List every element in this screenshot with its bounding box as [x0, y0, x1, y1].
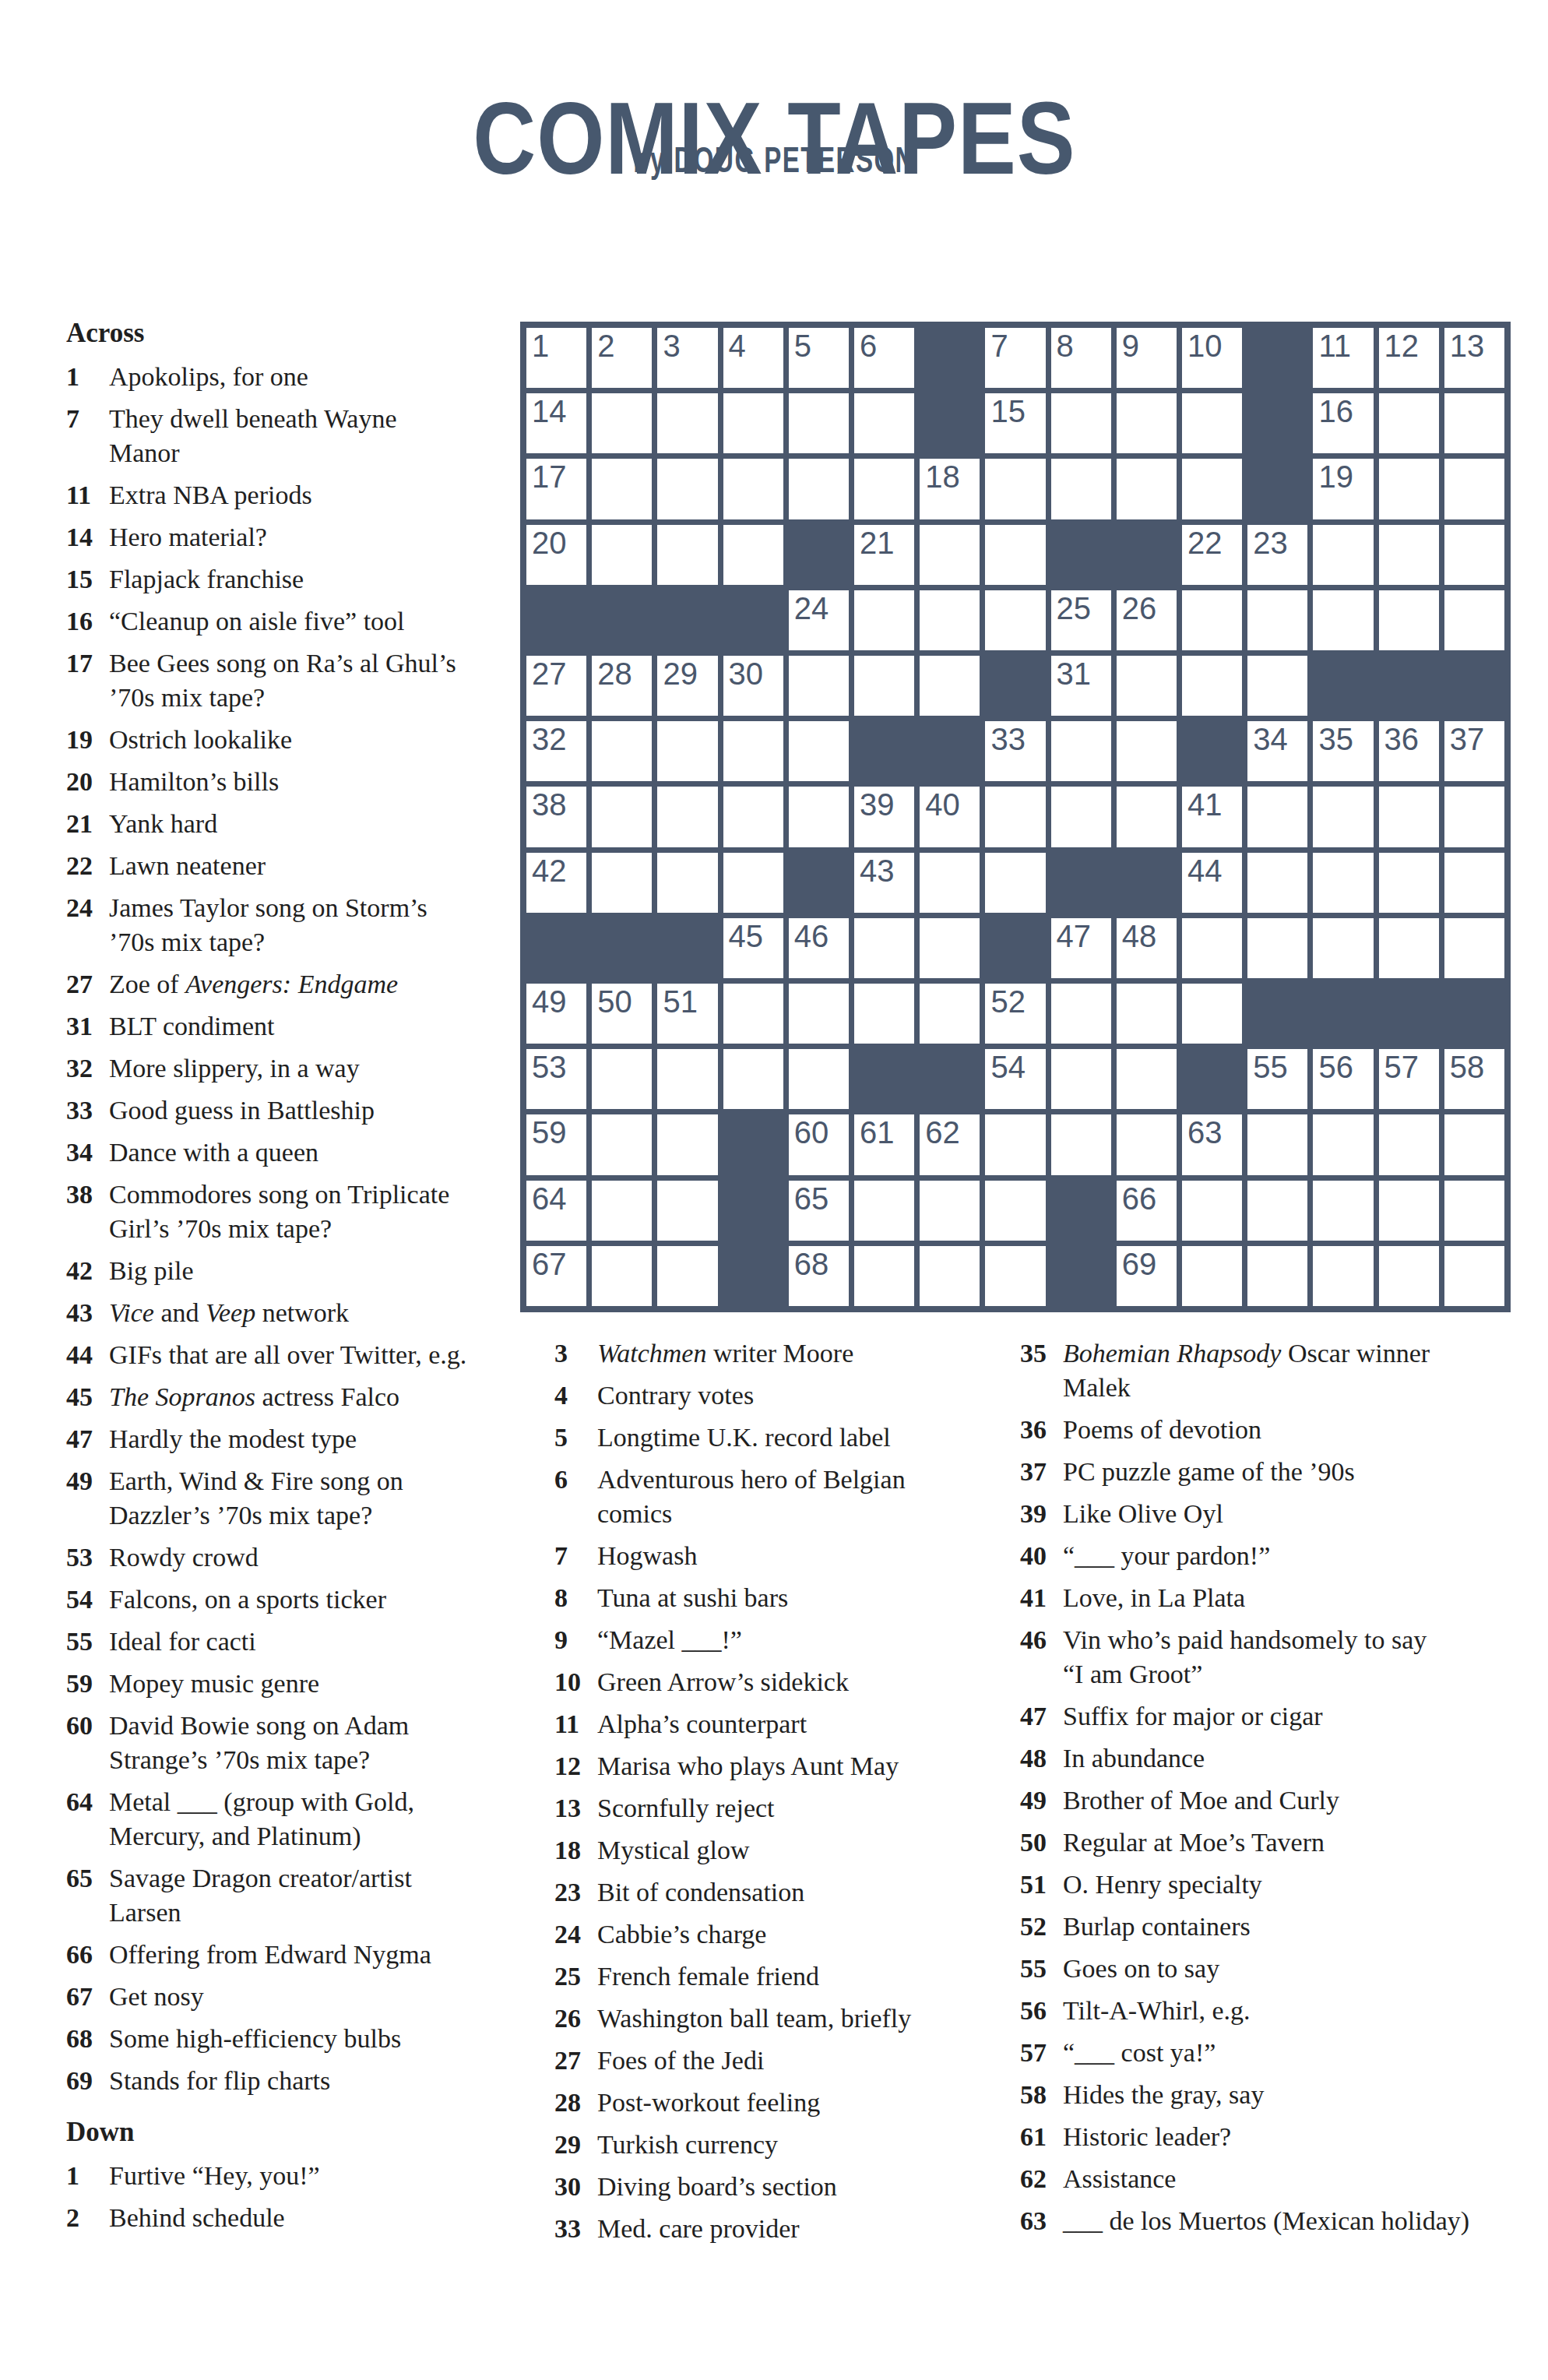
- down-clue-13: 13Scornfully reject: [554, 1791, 1002, 1825]
- clue-number: 49: [66, 1464, 109, 1533]
- grid-cell[interactable]: 61: [854, 1114, 914, 1174]
- grid-cell[interactable]: [985, 590, 1045, 650]
- grid-cell[interactable]: [854, 1246, 914, 1306]
- grid-cell[interactable]: [1247, 1246, 1307, 1306]
- grid-cell[interactable]: [1051, 459, 1111, 519]
- black-cell: [526, 590, 586, 650]
- grid-cell[interactable]: [1247, 590, 1307, 650]
- clue-text: Scornfully reject: [597, 1791, 1002, 1825]
- clue-text: Burlap containers: [1063, 1910, 1534, 1944]
- grid-cell[interactable]: [920, 1246, 980, 1306]
- grid-cell[interactable]: [1117, 656, 1177, 716]
- grid-cell[interactable]: 69: [1117, 1246, 1177, 1306]
- grid-cell[interactable]: [1117, 1114, 1177, 1174]
- down-clue-50: 50Regular at Moe’s Tavern: [1020, 1825, 1534, 1860]
- grid-cell[interactable]: [1313, 590, 1373, 650]
- cell-number: 49: [532, 986, 567, 1017]
- grid-cell[interactable]: [854, 590, 914, 650]
- cell-number: 55: [1253, 1051, 1288, 1083]
- grid-cell[interactable]: [1117, 459, 1177, 519]
- grid-cell[interactable]: [1182, 590, 1242, 650]
- clue-number: 1: [66, 360, 109, 394]
- cell-number: 5: [794, 330, 811, 361]
- grid-cell[interactable]: [1379, 525, 1439, 585]
- grid-cell[interactable]: [1182, 918, 1242, 978]
- cell-number: 41: [1187, 789, 1223, 820]
- clue-number: 32: [66, 1051, 109, 1086]
- grid-cell[interactable]: [854, 393, 914, 453]
- grid-cell[interactable]: [723, 787, 783, 847]
- clue-column-right: 35Bohemian Rhapsody Oscar winnerMalek36P…: [1020, 1336, 1534, 2246]
- clue-number: 7: [66, 402, 109, 470]
- across-clue-53: 53Rowdy crowd: [66, 1540, 514, 1575]
- grid-cell[interactable]: [1379, 853, 1439, 913]
- down-clue-list-middle: 3Watchmen writer Moore4Contrary votes5Lo…: [554, 1336, 1002, 2246]
- black-cell: [1051, 1181, 1111, 1241]
- grid-cell[interactable]: 12: [1379, 328, 1439, 388]
- cell-number: 12: [1384, 330, 1420, 361]
- grid-cell[interactable]: 8: [1051, 328, 1111, 388]
- across-clue-34: 34Dance with a queen: [66, 1135, 514, 1170]
- across-clue-11: 11Extra NBA periods: [66, 478, 514, 512]
- clue-number: 27: [554, 2044, 597, 2078]
- grid-cell[interactable]: [854, 918, 914, 978]
- grid-cell[interactable]: [854, 459, 914, 519]
- grid-cell[interactable]: [789, 1049, 849, 1109]
- grid-cell[interactable]: [1051, 1049, 1111, 1109]
- grid-cell[interactable]: [920, 590, 980, 650]
- grid-cell[interactable]: [1051, 393, 1111, 453]
- grid-cell[interactable]: 50: [592, 984, 652, 1044]
- cell-number: 10: [1187, 330, 1223, 361]
- grid-cell[interactable]: 9: [1117, 328, 1177, 388]
- grid-cell[interactable]: [854, 1181, 914, 1241]
- down-clue-1: 1Furtive “Hey, you!”: [66, 2159, 514, 2193]
- cell-number: 64: [532, 1183, 567, 1214]
- clue-number: 14: [66, 520, 109, 555]
- grid-cell[interactable]: 45: [723, 918, 783, 978]
- grid-cell[interactable]: [1182, 984, 1242, 1044]
- clue-number: 18: [554, 1833, 597, 1868]
- grid-cell[interactable]: 1: [526, 328, 586, 388]
- down-clue-63: 63___ de los Muertos (Mexican holiday): [1020, 2204, 1534, 2238]
- cell-number: 56: [1318, 1051, 1353, 1083]
- grid-cell[interactable]: [789, 459, 849, 519]
- black-cell: [789, 525, 849, 585]
- clue-number: 63: [1020, 2204, 1063, 2238]
- grid-cell[interactable]: [1117, 721, 1177, 781]
- grid-cell[interactable]: [657, 1114, 717, 1174]
- grid-cell[interactable]: 53: [526, 1049, 586, 1109]
- grid-cell[interactable]: 40: [920, 787, 980, 847]
- grid-cell[interactable]: 48: [1117, 918, 1177, 978]
- grid-cell[interactable]: [1444, 787, 1504, 847]
- grid-cell[interactable]: [789, 787, 849, 847]
- clue-text: Vin who’s paid handsomely to say“I am Gr…: [1063, 1623, 1534, 1692]
- clue-number: 11: [554, 1707, 597, 1741]
- down-clue-35: 35Bohemian Rhapsody Oscar winnerMalek: [1020, 1336, 1534, 1405]
- grid-cell[interactable]: [1051, 721, 1111, 781]
- grid-cell[interactable]: [1444, 853, 1504, 913]
- grid-cell[interactable]: [1313, 918, 1373, 978]
- grid-cell[interactable]: 18: [920, 459, 980, 519]
- grid-cell[interactable]: [854, 984, 914, 1044]
- grid-cell[interactable]: 62: [920, 1114, 980, 1174]
- grid-cell[interactable]: 7: [985, 328, 1045, 388]
- grid-cell[interactable]: [789, 721, 849, 781]
- grid-cell[interactable]: [1313, 1246, 1373, 1306]
- grid-cell[interactable]: [1444, 1246, 1504, 1306]
- grid-cell[interactable]: 67: [526, 1246, 586, 1306]
- grid-cell[interactable]: [657, 459, 717, 519]
- clue-text: Hogwash: [597, 1539, 1002, 1573]
- cell-number: 46: [794, 921, 829, 952]
- clue-text: Goes on to say: [1063, 1952, 1534, 1986]
- grid-cell[interactable]: 54: [985, 1049, 1045, 1109]
- grid-cell[interactable]: [1444, 459, 1504, 519]
- grid-cell[interactable]: 27: [526, 656, 586, 716]
- grid-cell[interactable]: [657, 787, 717, 847]
- grid-cell[interactable]: 16: [1313, 393, 1373, 453]
- grid-cell[interactable]: [920, 853, 980, 913]
- black-cell: [1313, 984, 1373, 1044]
- grid-cell[interactable]: [1444, 590, 1504, 650]
- grid-cell[interactable]: [1051, 1114, 1111, 1174]
- grid-cell[interactable]: [592, 459, 652, 519]
- grid-cell[interactable]: [723, 525, 783, 585]
- clue-number: 56: [1020, 1994, 1063, 2028]
- grid-cell[interactable]: 19: [1313, 459, 1373, 519]
- grid-cell[interactable]: [1182, 459, 1242, 519]
- grid-cell[interactable]: 31: [1051, 656, 1111, 716]
- clue-number: 24: [66, 891, 109, 959]
- black-cell: [1051, 525, 1111, 585]
- clue-text: Mopey music genre: [109, 1667, 514, 1701]
- grid-cell[interactable]: 3: [657, 328, 717, 388]
- grid-cell[interactable]: [1051, 984, 1111, 1044]
- grid-cell[interactable]: 5: [789, 328, 849, 388]
- clue-number: 48: [1020, 1741, 1063, 1776]
- grid-cell[interactable]: [657, 525, 717, 585]
- clue-number: 1: [66, 2159, 109, 2193]
- grid-cell[interactable]: [1117, 984, 1177, 1044]
- grid-cell[interactable]: 15: [985, 393, 1045, 453]
- grid-cell[interactable]: 24: [789, 590, 849, 650]
- clue-text: Turkish currency: [597, 2128, 1002, 2162]
- grid-cell[interactable]: 10: [1182, 328, 1242, 388]
- grid-cell[interactable]: [920, 656, 980, 716]
- clue-text: Mystical glow: [597, 1833, 1002, 1868]
- clue-number: 42: [66, 1254, 109, 1288]
- down-clue-2: 2Behind schedule: [66, 2201, 514, 2235]
- grid-cell[interactable]: [657, 393, 717, 453]
- clue-text: They dwell beneath WayneManor: [109, 402, 514, 470]
- grid-cell[interactable]: 60: [789, 1114, 849, 1174]
- cell-number: 14: [532, 396, 567, 427]
- grid-cell[interactable]: [657, 853, 717, 913]
- grid-cell[interactable]: 52: [985, 984, 1045, 1044]
- cell-number: 31: [1057, 658, 1092, 689]
- grid-cell[interactable]: [723, 1049, 783, 1109]
- grid-cell[interactable]: [1247, 1114, 1307, 1174]
- down-clue-10: 10Green Arrow’s sidekick: [554, 1665, 1002, 1699]
- grid-cell[interactable]: 32: [526, 721, 586, 781]
- grid-cell[interactable]: [985, 1246, 1045, 1306]
- across-clue-15: 15Flapjack franchise: [66, 562, 514, 597]
- clue-text: “Mazel ___!”: [597, 1623, 1002, 1657]
- grid-cell[interactable]: 20: [526, 525, 586, 585]
- grid-cell[interactable]: [592, 1049, 652, 1109]
- grid-cell[interactable]: [789, 984, 849, 1044]
- grid-cell[interactable]: [854, 656, 914, 716]
- grid-cell[interactable]: 26: [1117, 590, 1177, 650]
- grid-cell[interactable]: [1379, 393, 1439, 453]
- grid-cell[interactable]: [1379, 459, 1439, 519]
- grid-cell[interactable]: 55: [1247, 1049, 1307, 1109]
- grid-cell[interactable]: 21: [854, 525, 914, 585]
- down-clue-57: 57“___ cost ya!”: [1020, 2036, 1534, 2070]
- black-cell: [1247, 393, 1307, 453]
- down-clue-6: 6Adventurous hero of Belgiancomics: [554, 1463, 1002, 1531]
- cell-number: 2: [597, 330, 614, 361]
- grid-cell[interactable]: 59: [526, 1114, 586, 1174]
- grid-cell[interactable]: [985, 1181, 1045, 1241]
- clue-number: 26: [554, 2002, 597, 2036]
- cell-number: 61: [860, 1117, 895, 1148]
- grid-cell[interactable]: 49: [526, 984, 586, 1044]
- down-clue-26: 26Washington ball team, briefly: [554, 2002, 1002, 2036]
- clue-text: Apokolips, for one: [109, 360, 514, 394]
- clue-number: 23: [554, 1875, 597, 1910]
- down-clue-23: 23Bit of condensation: [554, 1875, 1002, 1910]
- clue-number: 47: [66, 1422, 109, 1456]
- clue-text: Dance with a queen: [109, 1135, 514, 1170]
- cell-number: 11: [1318, 330, 1351, 361]
- grid-cell[interactable]: [920, 1181, 980, 1241]
- cell-number: 34: [1253, 724, 1288, 755]
- clue-text: GIFs that are all over Twitter, e.g.: [109, 1338, 514, 1372]
- grid-cell[interactable]: 66: [1117, 1181, 1177, 1241]
- grid-cell[interactable]: [1444, 918, 1504, 978]
- grid-cell[interactable]: [723, 459, 783, 519]
- clue-text: Earth, Wind & Fire song onDazzler’s ’70s…: [109, 1464, 514, 1533]
- grid-cell[interactable]: 4: [723, 328, 783, 388]
- cell-number: 6: [860, 330, 877, 361]
- grid-cell[interactable]: [1247, 1181, 1307, 1241]
- grid-cell[interactable]: [1182, 393, 1242, 453]
- across-clue-67: 67Get nosy: [66, 1980, 514, 2014]
- grid-cell[interactable]: [1313, 1114, 1373, 1174]
- grid-cell[interactable]: 11: [1313, 328, 1373, 388]
- grid-cell[interactable]: [657, 1181, 717, 1241]
- grid-cell[interactable]: [1247, 656, 1307, 716]
- clue-text: Ostrich lookalike: [109, 723, 514, 757]
- across-clue-27: 27Zoe of Avengers: Endgame: [66, 967, 514, 1002]
- grid-cell[interactable]: 68: [789, 1246, 849, 1306]
- grid-cell[interactable]: 33: [985, 721, 1045, 781]
- grid-cell[interactable]: [1444, 1181, 1504, 1241]
- black-cell: [985, 656, 1045, 716]
- grid-cell[interactable]: [723, 393, 783, 453]
- clue-text: Poems of devotion: [1063, 1413, 1534, 1447]
- grid-cell[interactable]: [1379, 1114, 1439, 1174]
- clue-number: 52: [1020, 1910, 1063, 1944]
- grid-cell[interactable]: [592, 721, 652, 781]
- cell-number: 50: [597, 986, 632, 1017]
- clue-number: 60: [66, 1709, 109, 1777]
- grid-cell[interactable]: [985, 525, 1045, 585]
- clue-number: 5: [554, 1421, 597, 1455]
- clue-number: 45: [66, 1380, 109, 1414]
- grid-cell[interactable]: [657, 721, 717, 781]
- across-clue-64: 64Metal ___ (group with Gold,Mercury, an…: [66, 1785, 514, 1854]
- grid-cell[interactable]: 63: [1182, 1114, 1242, 1174]
- grid-cell[interactable]: 14: [526, 393, 586, 453]
- grid-cell[interactable]: 17: [526, 459, 586, 519]
- clue-text: Hamilton’s bills: [109, 765, 514, 799]
- grid-cell[interactable]: [1379, 787, 1439, 847]
- grid-cell[interactable]: [789, 393, 849, 453]
- grid-cell[interactable]: [789, 656, 849, 716]
- clue-number: 59: [66, 1667, 109, 1701]
- grid-cell[interactable]: 2: [592, 328, 652, 388]
- grid-cell[interactable]: [1247, 787, 1307, 847]
- grid-cell[interactable]: 43: [854, 853, 914, 913]
- black-cell: [592, 918, 652, 978]
- grid-cell[interactable]: 39: [854, 787, 914, 847]
- grid-cell[interactable]: [1247, 918, 1307, 978]
- grid-cell[interactable]: 13: [1444, 328, 1504, 388]
- grid-cell[interactable]: [1051, 787, 1111, 847]
- grid-cell[interactable]: [985, 459, 1045, 519]
- grid-cell[interactable]: [592, 1181, 652, 1241]
- grid-cell[interactable]: 38: [526, 787, 586, 847]
- grid-cell[interactable]: [592, 1114, 652, 1174]
- grid-cell[interactable]: 25: [1051, 590, 1111, 650]
- grid-cell[interactable]: 37: [1444, 721, 1504, 781]
- grid-cell[interactable]: [592, 525, 652, 585]
- grid-cell[interactable]: 58: [1444, 1049, 1504, 1109]
- down-clue-49: 49Brother of Moe and Curly: [1020, 1783, 1534, 1818]
- clue-text: Marisa who plays Aunt May: [597, 1749, 1002, 1783]
- clue-text: Hardly the modest type: [109, 1422, 514, 1456]
- grid-cell[interactable]: [1313, 525, 1373, 585]
- grid-cell[interactable]: 34: [1247, 721, 1307, 781]
- grid-cell[interactable]: [985, 787, 1045, 847]
- cell-number: 57: [1384, 1051, 1420, 1083]
- cell-number: 1: [532, 330, 549, 361]
- clue-number: 65: [66, 1861, 109, 1930]
- down-clue-51: 51O. Henry specialty: [1020, 1868, 1534, 1902]
- across-clue-20: 20Hamilton’s bills: [66, 765, 514, 799]
- grid-cell[interactable]: [985, 853, 1045, 913]
- grid-cell[interactable]: 23: [1247, 525, 1307, 585]
- clue-text: Good guess in Battleship: [109, 1093, 514, 1128]
- across-clue-14: 14Hero material?: [66, 520, 514, 555]
- grid-cell[interactable]: [1313, 787, 1373, 847]
- grid-cell[interactable]: [592, 787, 652, 847]
- grid-cell[interactable]: [985, 1114, 1045, 1174]
- grid-cell[interactable]: [723, 721, 783, 781]
- grid-cell[interactable]: [920, 984, 980, 1044]
- grid-cell[interactable]: 51: [657, 984, 717, 1044]
- clue-text: Big pile: [109, 1254, 514, 1288]
- grid-cell[interactable]: 35: [1313, 721, 1373, 781]
- grid-cell[interactable]: [1247, 853, 1307, 913]
- clue-number: 68: [66, 2022, 109, 2056]
- clue-number: 46: [1020, 1623, 1063, 1692]
- grid-cell[interactable]: 65: [789, 1181, 849, 1241]
- crossword-grid: 1234567891011121314151617181920212223242…: [520, 322, 1511, 1312]
- cell-number: 4: [729, 330, 746, 361]
- cell-number: 18: [925, 461, 960, 492]
- grid-cell[interactable]: 57: [1379, 1049, 1439, 1109]
- clue-number: 7: [554, 1539, 597, 1573]
- grid-cell[interactable]: 64: [526, 1181, 586, 1241]
- grid-cell[interactable]: [592, 393, 652, 453]
- clue-text: More slippery, in a way: [109, 1051, 514, 1086]
- grid-cell[interactable]: [1182, 1181, 1242, 1241]
- clue-number: 35: [1020, 1336, 1063, 1405]
- grid-cell[interactable]: [723, 984, 783, 1044]
- grid-cell[interactable]: [657, 1246, 717, 1306]
- clue-text: Med. care provider: [597, 2212, 1002, 2246]
- grid-cell[interactable]: [592, 853, 652, 913]
- grid-cell[interactable]: 56: [1313, 1049, 1373, 1109]
- grid-cell[interactable]: 28: [592, 656, 652, 716]
- grid-cell[interactable]: [1117, 787, 1177, 847]
- grid-cell[interactable]: 6: [854, 328, 914, 388]
- grid-cell[interactable]: [1444, 393, 1504, 453]
- grid-cell[interactable]: [1379, 918, 1439, 978]
- grid-cell[interactable]: [1182, 656, 1242, 716]
- grid-cell[interactable]: [1182, 1246, 1242, 1306]
- grid-cell[interactable]: [1379, 590, 1439, 650]
- clue-number: 55: [66, 1625, 109, 1659]
- grid-cell[interactable]: [1117, 393, 1177, 453]
- grid-cell[interactable]: [1313, 1181, 1373, 1241]
- grid-cell[interactable]: 36: [1379, 721, 1439, 781]
- clue-text: Offering from Edward Nygma: [109, 1938, 514, 1972]
- grid-cell[interactable]: [1313, 853, 1373, 913]
- grid-cell[interactable]: [920, 918, 980, 978]
- grid-cell[interactable]: [920, 525, 980, 585]
- across-clue-32: 32More slippery, in a way: [66, 1051, 514, 1086]
- grid-cell[interactable]: 47: [1051, 918, 1111, 978]
- grid-cell[interactable]: 46: [789, 918, 849, 978]
- grid-cell[interactable]: [723, 853, 783, 913]
- grid-cell[interactable]: [1444, 1114, 1504, 1174]
- grid-cell[interactable]: [1379, 1246, 1439, 1306]
- clue-number: 69: [66, 2064, 109, 2098]
- grid-cell[interactable]: [657, 1049, 717, 1109]
- grid-cell[interactable]: 22: [1182, 525, 1242, 585]
- grid-cell[interactable]: 29: [657, 656, 717, 716]
- cell-number: 20: [532, 527, 567, 558]
- black-cell: [1117, 525, 1177, 585]
- grid-cell[interactable]: [592, 1246, 652, 1306]
- clue-number: 58: [1020, 2078, 1063, 2112]
- grid-cell[interactable]: [1379, 1181, 1439, 1241]
- grid-cell[interactable]: [1444, 525, 1504, 585]
- across-clue-24: 24James Taylor song on Storm’s’70s mix t…: [66, 891, 514, 959]
- cell-number: 47: [1057, 921, 1092, 952]
- grid-cell[interactable]: 42: [526, 853, 586, 913]
- grid-cell[interactable]: 44: [1182, 853, 1242, 913]
- grid-cell[interactable]: 41: [1182, 787, 1242, 847]
- grid-cell[interactable]: [1117, 1049, 1177, 1109]
- grid-cell[interactable]: 30: [723, 656, 783, 716]
